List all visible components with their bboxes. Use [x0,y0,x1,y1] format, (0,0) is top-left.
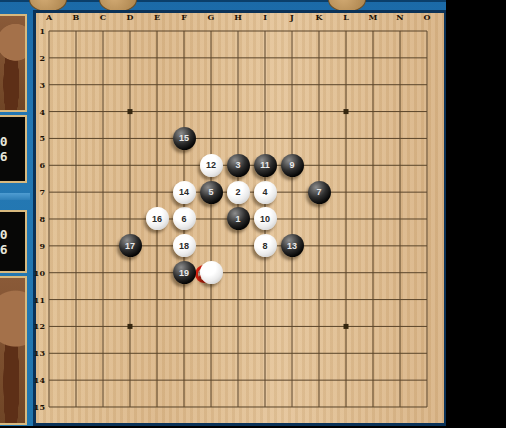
player-avatar-top [0,14,27,112]
gomoku-app-screen: 90 26 90 76 * ABCDEFGHIJKLMNO12345678910… [0,0,506,428]
player-timer-bottom: 90 76 [0,210,27,273]
timer-top-line1: 90 [0,134,25,149]
timer-bottom-display: 90 76 [0,227,25,257]
board-panel[interactable] [33,10,446,426]
timer-bottom-line2: 76 [0,242,25,257]
timer-top-line2: 26 [0,149,25,164]
game-window: 90 26 90 76 [0,0,446,426]
sidebar-divider [0,193,30,200]
timer-top-display: 90 26 [0,134,25,164]
timer-bottom-line1: 90 [0,227,25,242]
player-timer-top: 90 26 [0,115,27,183]
player-avatar-bottom [0,276,27,425]
